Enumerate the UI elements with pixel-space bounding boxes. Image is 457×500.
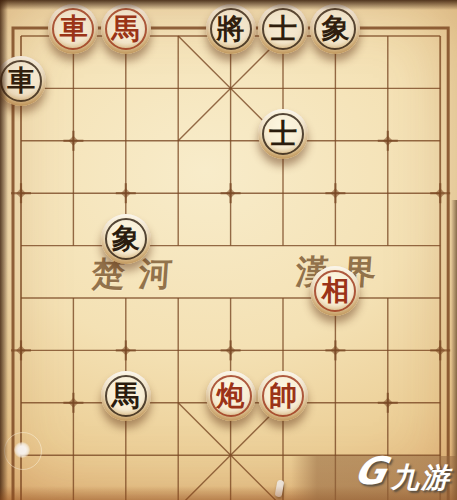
piece-black-elephant-2[interactable]: 象 xyxy=(101,214,151,264)
jiuyou-logo-text: 九游 xyxy=(391,459,451,497)
xiangqi-board[interactable]: 楚河 漢界 車馬將士象車士象相馬炮帥 G 九游 xyxy=(0,0,457,500)
piece-black-horse[interactable]: 馬 xyxy=(101,371,151,421)
jiuyou-watermark: G 九游 xyxy=(291,456,457,500)
piece-black-advisor-1[interactable]: 士 xyxy=(258,4,308,54)
jiuyou-logo-icon: G xyxy=(351,452,390,490)
piece-red-cannon[interactable]: 炮 xyxy=(206,371,256,421)
piece-red-general[interactable]: 帥 xyxy=(258,371,308,421)
piece-black-advisor-2[interactable]: 士 xyxy=(258,109,308,159)
piece-red-horse[interactable]: 馬 xyxy=(101,4,151,54)
piece-black-general[interactable]: 將 xyxy=(206,4,256,54)
